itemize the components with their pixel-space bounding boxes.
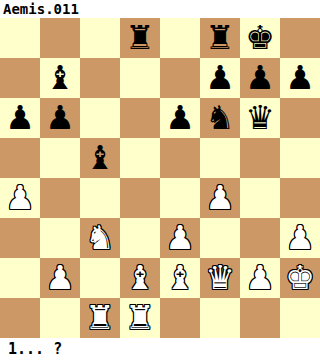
square-b7[interactable]: ♝ xyxy=(40,58,80,98)
piece-black-pawn[interactable]: ♟ xyxy=(165,98,195,138)
piece-white-rook[interactable]: ♜ xyxy=(85,298,115,338)
square-c7[interactable] xyxy=(80,58,120,98)
square-g1[interactable] xyxy=(240,298,280,338)
square-h4[interactable] xyxy=(280,178,320,218)
piece-black-bishop[interactable]: ♝ xyxy=(45,58,75,98)
square-d2[interactable]: ♝ xyxy=(120,258,160,298)
piece-black-pawn[interactable]: ♟ xyxy=(205,58,235,98)
square-a8[interactable] xyxy=(0,18,40,58)
square-c8[interactable] xyxy=(80,18,120,58)
piece-black-rook[interactable]: ♜ xyxy=(125,18,155,58)
square-h8[interactable] xyxy=(280,18,320,58)
square-g6[interactable]: ♛ xyxy=(240,98,280,138)
square-f8[interactable]: ♜ xyxy=(200,18,240,58)
move-prompt: 1... ? xyxy=(0,338,320,360)
square-c5[interactable]: ♝ xyxy=(80,138,120,178)
square-d1[interactable]: ♜ xyxy=(120,298,160,338)
square-h5[interactable] xyxy=(280,138,320,178)
square-d5[interactable] xyxy=(120,138,160,178)
square-d4[interactable] xyxy=(120,178,160,218)
piece-black-king[interactable]: ♚ xyxy=(245,18,275,58)
piece-white-bishop[interactable]: ♝ xyxy=(125,258,155,298)
piece-white-pawn[interactable]: ♟ xyxy=(285,218,315,258)
square-b5[interactable] xyxy=(40,138,80,178)
square-e7[interactable] xyxy=(160,58,200,98)
square-b4[interactable] xyxy=(40,178,80,218)
square-a4[interactable]: ♟ xyxy=(0,178,40,218)
square-e2[interactable]: ♝ xyxy=(160,258,200,298)
square-e4[interactable] xyxy=(160,178,200,218)
piece-white-rook[interactable]: ♜ xyxy=(125,298,155,338)
square-e6[interactable]: ♟ xyxy=(160,98,200,138)
piece-black-pawn[interactable]: ♟ xyxy=(245,58,275,98)
square-c2[interactable] xyxy=(80,258,120,298)
square-c1[interactable]: ♜ xyxy=(80,298,120,338)
square-g7[interactable]: ♟ xyxy=(240,58,280,98)
square-f4[interactable]: ♟ xyxy=(200,178,240,218)
piece-black-queen[interactable]: ♛ xyxy=(245,98,275,138)
square-e3[interactable]: ♟ xyxy=(160,218,200,258)
square-g5[interactable] xyxy=(240,138,280,178)
square-d8[interactable]: ♜ xyxy=(120,18,160,58)
square-g8[interactable]: ♚ xyxy=(240,18,280,58)
piece-white-pawn[interactable]: ♟ xyxy=(5,178,35,218)
piece-white-pawn[interactable]: ♟ xyxy=(205,178,235,218)
square-f1[interactable] xyxy=(200,298,240,338)
square-h2[interactable]: ♚ xyxy=(280,258,320,298)
chess-diagram-window: Aemis.011 ♜♜♚♝♟♟♟♟♟♟♞♛♝♟♟♞♟♟♟♝♝♛♟♚♜♜ 1..… xyxy=(0,0,320,360)
square-a5[interactable] xyxy=(0,138,40,178)
square-a6[interactable]: ♟ xyxy=(0,98,40,138)
square-g3[interactable] xyxy=(240,218,280,258)
square-c3[interactable]: ♞ xyxy=(80,218,120,258)
diagram-title: Aemis.011 xyxy=(0,0,320,18)
square-e1[interactable] xyxy=(160,298,200,338)
piece-black-bishop[interactable]: ♝ xyxy=(85,138,115,178)
square-g2[interactable]: ♟ xyxy=(240,258,280,298)
square-d3[interactable] xyxy=(120,218,160,258)
square-h3[interactable]: ♟ xyxy=(280,218,320,258)
square-b1[interactable] xyxy=(40,298,80,338)
square-b2[interactable]: ♟ xyxy=(40,258,80,298)
square-b3[interactable] xyxy=(40,218,80,258)
square-b6[interactable]: ♟ xyxy=(40,98,80,138)
piece-white-bishop[interactable]: ♝ xyxy=(165,258,195,298)
piece-white-king[interactable]: ♚ xyxy=(285,258,315,298)
piece-white-knight[interactable]: ♞ xyxy=(85,218,115,258)
square-a3[interactable] xyxy=(0,218,40,258)
square-d6[interactable] xyxy=(120,98,160,138)
square-b8[interactable] xyxy=(40,18,80,58)
square-f3[interactable] xyxy=(200,218,240,258)
piece-white-pawn[interactable]: ♟ xyxy=(245,258,275,298)
square-c6[interactable] xyxy=(80,98,120,138)
square-a7[interactable] xyxy=(0,58,40,98)
square-h1[interactable] xyxy=(280,298,320,338)
piece-white-pawn[interactable]: ♟ xyxy=(165,218,195,258)
square-e5[interactable] xyxy=(160,138,200,178)
square-h7[interactable]: ♟ xyxy=(280,58,320,98)
chess-board: ♜♜♚♝♟♟♟♟♟♟♞♛♝♟♟♞♟♟♟♝♝♛♟♚♜♜ xyxy=(0,18,320,338)
piece-black-pawn[interactable]: ♟ xyxy=(45,98,75,138)
square-g4[interactable] xyxy=(240,178,280,218)
square-d7[interactable] xyxy=(120,58,160,98)
square-a1[interactable] xyxy=(0,298,40,338)
piece-black-pawn[interactable]: ♟ xyxy=(285,58,315,98)
square-a2[interactable] xyxy=(0,258,40,298)
square-c4[interactable] xyxy=(80,178,120,218)
square-f2[interactable]: ♛ xyxy=(200,258,240,298)
piece-black-rook[interactable]: ♜ xyxy=(205,18,235,58)
piece-white-queen[interactable]: ♛ xyxy=(205,258,235,298)
square-e8[interactable] xyxy=(160,18,200,58)
square-f6[interactable]: ♞ xyxy=(200,98,240,138)
piece-white-pawn[interactable]: ♟ xyxy=(45,258,75,298)
square-f7[interactable]: ♟ xyxy=(200,58,240,98)
piece-black-knight[interactable]: ♞ xyxy=(205,98,235,138)
square-h6[interactable] xyxy=(280,98,320,138)
square-f5[interactable] xyxy=(200,138,240,178)
piece-black-pawn[interactable]: ♟ xyxy=(5,98,35,138)
